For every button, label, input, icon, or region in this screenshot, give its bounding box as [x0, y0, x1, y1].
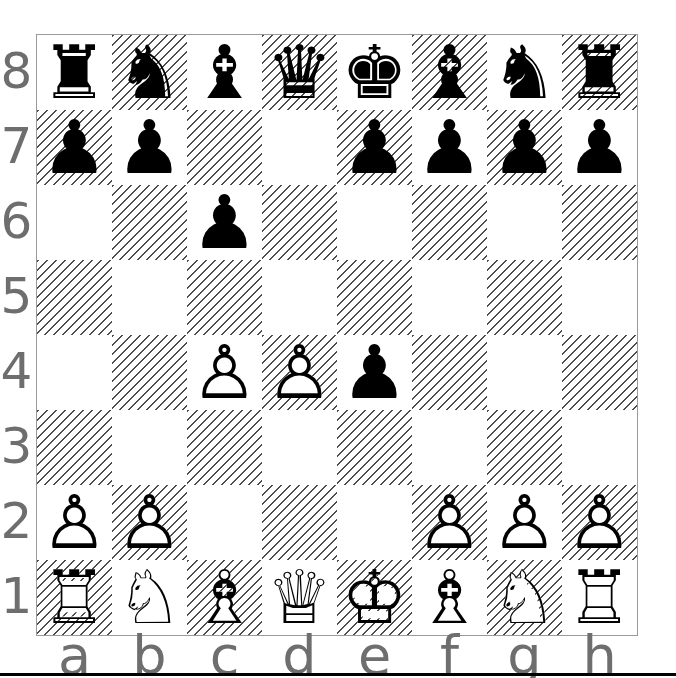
square-b8[interactable]: ♞	[112, 35, 187, 110]
square-c6[interactable]: ♟	[187, 185, 262, 260]
square-e6[interactable]	[337, 185, 412, 260]
square-a5[interactable]	[37, 260, 112, 335]
file-label-e: e	[337, 633, 412, 675]
square-d6[interactable]	[262, 185, 337, 260]
square-c3[interactable]	[187, 410, 262, 485]
square-f4[interactable]	[412, 335, 487, 410]
square-d5[interactable]	[262, 260, 337, 335]
square-e2[interactable]	[337, 485, 412, 560]
black-pawn-f7: ♟	[416, 110, 482, 185]
black-pawn-b7: ♟	[116, 110, 182, 185]
window-bottom-edge	[0, 673, 676, 676]
file-label-f: f	[412, 633, 487, 675]
square-h7[interactable]: ♟	[562, 110, 637, 185]
square-f2[interactable]: ♟♙	[412, 485, 487, 560]
rank-label-3: 3	[0, 409, 33, 484]
square-h8[interactable]: ♜	[562, 35, 637, 110]
rank-label-5: 5	[0, 259, 33, 334]
square-b2[interactable]: ♟♙	[112, 485, 187, 560]
black-pawn-a7: ♟	[41, 110, 107, 185]
square-a8[interactable]: ♜	[37, 35, 112, 110]
square-h4[interactable]	[562, 335, 637, 410]
rank-label-6: 6	[0, 184, 33, 259]
black-knight-b8: ♞	[116, 35, 182, 110]
square-g5[interactable]	[487, 260, 562, 335]
file-label-c: c	[187, 633, 262, 675]
black-pawn-c6: ♟	[191, 185, 257, 260]
black-king-e8: ♚	[341, 35, 407, 110]
black-rook-h8: ♜	[566, 35, 632, 110]
square-f3[interactable]	[412, 410, 487, 485]
rank-label-7: 7	[0, 109, 33, 184]
square-e5[interactable]	[337, 260, 412, 335]
square-g6[interactable]	[487, 185, 562, 260]
white-pawn-h2: ♟♙	[566, 485, 632, 560]
square-g3[interactable]	[487, 410, 562, 485]
square-g8[interactable]: ♞	[487, 35, 562, 110]
rank-label-1: 1	[0, 559, 33, 634]
square-c7[interactable]	[187, 110, 262, 185]
file-label-h: h	[562, 633, 637, 675]
square-c4[interactable]: ♟♙	[187, 335, 262, 410]
square-d3[interactable]	[262, 410, 337, 485]
square-g2[interactable]: ♟♙	[487, 485, 562, 560]
square-b5[interactable]	[112, 260, 187, 335]
square-g4[interactable]	[487, 335, 562, 410]
white-pawn-c4: ♟♙	[191, 335, 257, 410]
square-h3[interactable]	[562, 410, 637, 485]
square-a6[interactable]	[37, 185, 112, 260]
square-e7[interactable]: ♟	[337, 110, 412, 185]
file-label-b: b	[112, 633, 187, 675]
white-pawn-f2: ♟♙	[416, 485, 482, 560]
rank-label-4: 4	[0, 334, 33, 409]
square-a2[interactable]: ♟♙	[37, 485, 112, 560]
square-b7[interactable]: ♟	[112, 110, 187, 185]
square-e4[interactable]: ♟	[337, 335, 412, 410]
black-bishop-c8: ♝	[191, 35, 257, 110]
square-b3[interactable]	[112, 410, 187, 485]
square-h5[interactable]	[562, 260, 637, 335]
black-bishop-f8: ♝	[416, 35, 482, 110]
black-pawn-g7: ♟	[491, 110, 557, 185]
square-c5[interactable]	[187, 260, 262, 335]
white-pawn-d4: ♟♙	[266, 335, 332, 410]
square-b6[interactable]	[112, 185, 187, 260]
chess-diagram: 87654321 ♜♞♝♛♚♝♞♜♟♟♟♟♟♟♟♟♙♟♙♟♟♙♟♙♟♙♟♙♟♙♜…	[0, 0, 676, 678]
square-d4[interactable]: ♟♙	[262, 335, 337, 410]
black-rook-a8: ♜	[41, 35, 107, 110]
file-label-d: d	[262, 633, 337, 675]
square-f6[interactable]	[412, 185, 487, 260]
square-h6[interactable]	[562, 185, 637, 260]
square-e8[interactable]: ♚	[337, 35, 412, 110]
square-a3[interactable]	[37, 410, 112, 485]
square-b4[interactable]	[112, 335, 187, 410]
rank-label-2: 2	[0, 484, 33, 559]
square-h2[interactable]: ♟♙	[562, 485, 637, 560]
black-knight-g8: ♞	[491, 35, 557, 110]
white-pawn-g2: ♟♙	[491, 485, 557, 560]
white-pawn-b2: ♟♙	[116, 485, 182, 560]
black-queen-d8: ♛	[266, 35, 332, 110]
square-f5[interactable]	[412, 260, 487, 335]
black-pawn-e7: ♟	[341, 110, 407, 185]
file-label-a: a	[37, 633, 112, 675]
chess-board: ♜♞♝♛♚♝♞♜♟♟♟♟♟♟♟♟♙♟♙♟♟♙♟♙♟♙♟♙♟♙♜♖♞♘♝♗♛♕♚♔…	[36, 34, 638, 636]
square-a7[interactable]: ♟	[37, 110, 112, 185]
black-pawn-e4: ♟	[341, 335, 407, 410]
black-pawn-h7: ♟	[566, 110, 632, 185]
square-d8[interactable]: ♛	[262, 35, 337, 110]
square-f8[interactable]: ♝	[412, 35, 487, 110]
square-f7[interactable]: ♟	[412, 110, 487, 185]
square-d2[interactable]	[262, 485, 337, 560]
rank-label-8: 8	[0, 34, 33, 109]
square-c8[interactable]: ♝	[187, 35, 262, 110]
square-e3[interactable]	[337, 410, 412, 485]
square-c2[interactable]	[187, 485, 262, 560]
square-a4[interactable]	[37, 335, 112, 410]
white-pawn-a2: ♟♙	[41, 485, 107, 560]
square-d7[interactable]	[262, 110, 337, 185]
file-label-g: g	[487, 633, 562, 675]
square-g7[interactable]: ♟	[487, 110, 562, 185]
